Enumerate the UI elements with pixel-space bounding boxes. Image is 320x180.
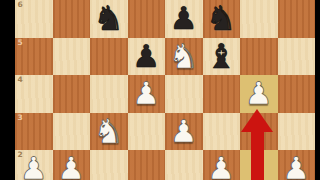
- square-g2[interactable]: [240, 150, 278, 180]
- chess-board: 6♞♟♞5♟♞♝4♟♟3♞♟2♟♟♟♟: [15, 0, 315, 180]
- square-b6[interactable]: [53, 0, 91, 38]
- square-d6[interactable]: [128, 0, 166, 38]
- square-c3[interactable]: ♞: [90, 113, 128, 151]
- square-a2[interactable]: 2♟: [15, 150, 53, 180]
- square-b5[interactable]: [53, 38, 91, 76]
- square-a6[interactable]: 6: [15, 0, 53, 38]
- square-h4[interactable]: [278, 75, 316, 113]
- square-h2[interactable]: ♟: [278, 150, 316, 180]
- piece-white-knight-e5[interactable]: ♞: [165, 38, 203, 76]
- square-f2[interactable]: ♟: [203, 150, 241, 180]
- letterbox-left: [0, 0, 15, 180]
- letterbox-right: [315, 0, 320, 180]
- piece-white-pawn-h2[interactable]: ♟: [278, 150, 316, 180]
- video-frame: 6♞♟♞5♟♞♝4♟♟3♞♟2♟♟♟♟: [0, 0, 320, 180]
- square-c4[interactable]: [90, 75, 128, 113]
- square-e2[interactable]: [165, 150, 203, 180]
- piece-white-pawn-d4[interactable]: ♟: [128, 75, 166, 113]
- square-g6[interactable]: [240, 0, 278, 38]
- rank-label-2: 2: [18, 151, 23, 159]
- square-d5[interactable]: ♟: [128, 38, 166, 76]
- square-f3[interactable]: [203, 113, 241, 151]
- square-f4[interactable]: [203, 75, 241, 113]
- square-d4[interactable]: ♟: [128, 75, 166, 113]
- piece-white-pawn-g4[interactable]: ♟: [240, 75, 278, 113]
- square-e6[interactable]: ♟: [165, 0, 203, 38]
- square-g5[interactable]: [240, 38, 278, 76]
- square-h3[interactable]: [278, 113, 316, 151]
- piece-black-knight-f6[interactable]: ♞: [203, 0, 241, 38]
- piece-black-pawn-e6[interactable]: ♟: [165, 0, 203, 38]
- rank-label-3: 3: [18, 114, 23, 122]
- square-a4[interactable]: 4: [15, 75, 53, 113]
- square-a5[interactable]: 5: [15, 38, 53, 76]
- square-c2[interactable]: [90, 150, 128, 180]
- square-d2[interactable]: [128, 150, 166, 180]
- piece-black-knight-c6[interactable]: ♞: [90, 0, 128, 38]
- square-e4[interactable]: [165, 75, 203, 113]
- piece-white-knight-c3[interactable]: ♞: [90, 113, 128, 151]
- square-c5[interactable]: [90, 38, 128, 76]
- square-g3[interactable]: [240, 113, 278, 151]
- square-b2[interactable]: ♟: [53, 150, 91, 180]
- square-b3[interactable]: [53, 113, 91, 151]
- piece-black-bishop-f5[interactable]: ♝: [203, 38, 241, 76]
- square-f5[interactable]: ♝: [203, 38, 241, 76]
- square-f6[interactable]: ♞: [203, 0, 241, 38]
- square-h6[interactable]: [278, 0, 316, 38]
- square-b4[interactable]: [53, 75, 91, 113]
- piece-black-pawn-d5[interactable]: ♟: [128, 38, 166, 76]
- square-c6[interactable]: ♞: [90, 0, 128, 38]
- rank-label-4: 4: [18, 76, 23, 84]
- piece-white-pawn-f2[interactable]: ♟: [203, 150, 241, 180]
- square-d3[interactable]: [128, 113, 166, 151]
- square-h5[interactable]: [278, 38, 316, 76]
- square-e5[interactable]: ♞: [165, 38, 203, 76]
- rank-label-6: 6: [18, 1, 23, 9]
- rank-label-5: 5: [18, 39, 23, 47]
- square-e3[interactable]: ♟: [165, 113, 203, 151]
- square-g4[interactable]: ♟: [240, 75, 278, 113]
- square-a3[interactable]: 3: [15, 113, 53, 151]
- piece-white-pawn-e3[interactable]: ♟: [165, 113, 203, 151]
- piece-white-pawn-b2[interactable]: ♟: [53, 150, 91, 180]
